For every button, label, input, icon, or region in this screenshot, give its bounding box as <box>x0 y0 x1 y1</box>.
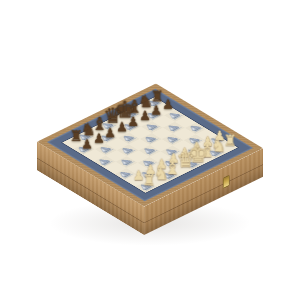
chess-box-top: ♜♞♝♛♚♝♞♜♟♟♟♟♟♟♟♟♟♟♟♟♟♟♟♟♜♞♝♛♚♝♞♜ <box>37 83 263 206</box>
sailboat-motif-icon <box>139 145 160 156</box>
square-h1: ♜ <box>216 141 238 153</box>
black-pawn: ♟ <box>160 98 176 111</box>
white-rook: ♜ <box>222 134 238 149</box>
brass-latch-icon <box>223 175 230 189</box>
square-h3 <box>195 129 217 141</box>
product-photo-stage: ♜♞♝♛♚♝♞♜♟♟♟♟♟♟♟♟♟♟♟♟♟♟♟♟♜♞♝♛♚♝♞♜ <box>0 0 300 300</box>
square-d1: ♛ <box>170 164 192 176</box>
square-a8: ♜ <box>62 137 84 149</box>
